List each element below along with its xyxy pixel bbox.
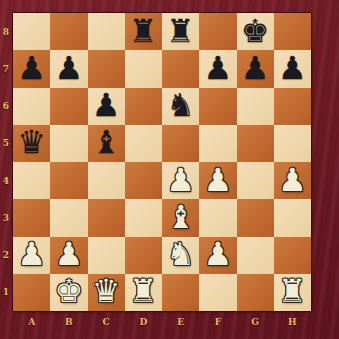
rank-label-1: 1 [0,274,13,311]
square-g3[interactable] [237,199,274,236]
file-label-c: C [88,311,125,337]
rank-label-3: 3 [0,199,13,236]
square-a1[interactable] [13,274,50,311]
square-f4[interactable]: ♟ [199,162,236,199]
square-g4[interactable] [237,162,274,199]
square-b7[interactable]: ♟ [50,50,87,87]
square-a8[interactable] [13,13,50,50]
rank-label-6: 6 [0,88,13,125]
square-c6[interactable]: ♟ [88,88,125,125]
square-c2[interactable] [88,237,125,274]
square-b4[interactable] [50,162,87,199]
square-f3[interactable] [199,199,236,236]
piece-white-pawn[interactable]: ♟ [204,164,233,196]
piece-black-pawn[interactable]: ♟ [278,52,307,84]
file-labels: ABCDEFGH [13,311,311,337]
piece-white-bishop[interactable]: ♝ [166,201,195,233]
square-h2[interactable] [274,237,311,274]
square-a6[interactable] [13,88,50,125]
square-a2[interactable]: ♟ [13,237,50,274]
square-a5[interactable]: ♛ [13,125,50,162]
rank-label-4: 4 [0,162,13,199]
square-d5[interactable] [125,125,162,162]
square-d6[interactable] [125,88,162,125]
file-label-e: E [162,311,199,337]
piece-black-bishop[interactable]: ♝ [92,126,121,158]
square-c7[interactable] [88,50,125,87]
square-e2[interactable]: ♞ [162,237,199,274]
piece-black-pawn[interactable]: ♟ [92,89,121,121]
file-label-g: G [237,311,274,337]
square-d4[interactable] [125,162,162,199]
square-g2[interactable] [237,237,274,274]
square-e3[interactable]: ♝ [162,199,199,236]
square-h4[interactable]: ♟ [274,162,311,199]
square-g5[interactable] [237,125,274,162]
rank-label-5: 5 [0,125,13,162]
piece-white-queen[interactable]: ♛ [92,275,121,307]
square-d8[interactable]: ♜ [125,13,162,50]
square-b8[interactable] [50,13,87,50]
square-h1[interactable]: ♜ [274,274,311,311]
rank-labels: 87654321 [0,13,13,311]
square-g6[interactable] [237,88,274,125]
piece-black-pawn[interactable]: ♟ [17,52,46,84]
square-h5[interactable] [274,125,311,162]
square-f8[interactable] [199,13,236,50]
square-d2[interactable] [125,237,162,274]
square-f7[interactable]: ♟ [199,50,236,87]
square-e7[interactable] [162,50,199,87]
square-h7[interactable]: ♟ [274,50,311,87]
piece-white-pawn[interactable]: ♟ [204,238,233,270]
piece-white-rook[interactable]: ♜ [129,275,158,307]
square-e4[interactable]: ♟ [162,162,199,199]
file-label-h: H [274,311,311,337]
square-b1[interactable]: ♚ [50,274,87,311]
square-d1[interactable]: ♜ [125,274,162,311]
square-b6[interactable] [50,88,87,125]
square-f1[interactable] [199,274,236,311]
square-e1[interactable] [162,274,199,311]
piece-black-rook[interactable]: ♜ [166,15,195,47]
file-label-f: F [199,311,236,337]
square-f5[interactable] [199,125,236,162]
square-h3[interactable] [274,199,311,236]
square-d3[interactable] [125,199,162,236]
rank-label-8: 8 [0,13,13,50]
piece-white-pawn[interactable]: ♟ [278,164,307,196]
piece-white-king[interactable]: ♚ [55,275,84,307]
square-e6[interactable]: ♞ [162,88,199,125]
piece-black-pawn[interactable]: ♟ [55,52,84,84]
chess-board[interactable]: ♜♜♚♟♟♟♟♟♟♞♛♝♟♟♟♝♟♟♞♟♚♛♜♜ [13,13,311,311]
square-g7[interactable]: ♟ [237,50,274,87]
square-c8[interactable] [88,13,125,50]
square-f2[interactable]: ♟ [199,237,236,274]
piece-white-rook[interactable]: ♜ [278,275,307,307]
piece-black-king[interactable]: ♚ [241,15,270,47]
piece-black-pawn[interactable]: ♟ [204,52,233,84]
piece-black-pawn[interactable]: ♟ [241,52,270,84]
square-g1[interactable] [237,274,274,311]
piece-black-queen[interactable]: ♛ [17,126,46,158]
file-label-d: D [125,311,162,337]
square-f6[interactable] [199,88,236,125]
file-label-b: B [50,311,87,337]
piece-black-knight[interactable]: ♞ [166,89,195,121]
square-a4[interactable] [13,162,50,199]
piece-white-pawn[interactable]: ♟ [17,238,46,270]
square-a3[interactable] [13,199,50,236]
piece-white-pawn[interactable]: ♟ [55,238,84,270]
square-a7[interactable]: ♟ [13,50,50,87]
square-b2[interactable]: ♟ [50,237,87,274]
chess-board-frame: 87654321 ♜♜♚♟♟♟♟♟♟♞♛♝♟♟♟♝♟♟♞♟♚♛♜♜ ABCDEF… [0,0,339,339]
piece-white-knight[interactable]: ♞ [166,238,195,270]
piece-white-pawn[interactable]: ♟ [166,164,195,196]
square-e5[interactable] [162,125,199,162]
square-e8[interactable]: ♜ [162,13,199,50]
square-h6[interactable] [274,88,311,125]
rank-label-2: 2 [0,237,13,274]
square-h8[interactable] [274,13,311,50]
square-c1[interactable]: ♛ [88,274,125,311]
square-g8[interactable]: ♚ [237,13,274,50]
file-label-a: A [13,311,50,337]
square-b3[interactable] [50,199,87,236]
square-c3[interactable] [88,199,125,236]
rank-label-7: 7 [0,50,13,87]
square-b5[interactable] [50,125,87,162]
piece-black-rook[interactable]: ♜ [129,15,158,47]
square-d7[interactable] [125,50,162,87]
square-c4[interactable] [88,162,125,199]
square-c5[interactable]: ♝ [88,125,125,162]
